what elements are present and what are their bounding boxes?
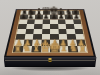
square-h1: ♜ (77, 46, 87, 52)
board-frame: ♜♞♝♛♚♝♞♜♟♟♟♟♟♟♟♟♟♟♟♟♟♟♟♟♜♞♝♛♚♝♞♜ (6, 10, 93, 56)
white-pawn-h2: ♟ (78, 40, 86, 47)
white-pawn-f2: ♟ (60, 40, 68, 47)
white-pawn-a2: ♟ (15, 40, 23, 47)
white-knight-b1: ♞ (22, 44, 32, 53)
white-pawn-d2: ♟ (42, 40, 50, 47)
white-pawn-e2: ♟ (51, 40, 59, 47)
square-b2: ♟ (23, 40, 33, 46)
square-h6 (73, 19, 82, 24)
square-d6 (42, 19, 50, 24)
case-shadow (1, 66, 99, 73)
white-pawn-b2: ♟ (24, 40, 32, 47)
square-e2: ♟ (50, 40, 59, 46)
square-c1: ♝ (31, 46, 41, 52)
square-d2: ♟ (41, 40, 50, 46)
white-rook-a1: ♜ (13, 45, 22, 53)
white-knight-g1: ♞ (68, 44, 78, 53)
chess-board: ♜♞♝♛♚♝♞♜♟♟♟♟♟♟♟♟♟♟♟♟♟♟♟♟♜♞♝♛♚♝♞♜ (12, 10, 88, 53)
white-pawn-g2: ♟ (69, 40, 77, 47)
chess-set-photo: ♜♞♝♛♚♝♞♜♟♟♟♟♟♟♟♟♟♟♟♟♟♟♟♟♜♞♝♛♚♝♞♜ (0, 0, 100, 75)
square-c2: ♟ (32, 40, 41, 46)
white-pawn-c2: ♟ (33, 40, 41, 47)
square-c6 (34, 19, 42, 24)
white-rook-h1: ♜ (78, 45, 87, 53)
case-latch (49, 58, 52, 62)
square-e1: ♚ (50, 46, 59, 52)
square-d1: ♛ (41, 46, 50, 52)
square-h2: ♟ (76, 40, 86, 46)
chess-case: ♜♞♝♛♚♝♞♜♟♟♟♟♟♟♟♟♟♟♟♟♟♟♟♟♜♞♝♛♚♝♞♜ (4, 9, 96, 57)
